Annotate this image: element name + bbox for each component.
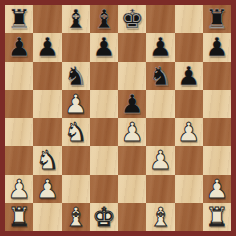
square-f1[interactable]: ♝	[146, 203, 174, 231]
square-g2[interactable]	[175, 175, 203, 203]
square-h8[interactable]: ♜	[203, 5, 231, 33]
square-a2[interactable]: ♟	[5, 175, 33, 203]
square-c5[interactable]: ♟	[62, 90, 90, 118]
square-d4[interactable]	[90, 118, 118, 146]
piece-black-bishop-c8[interactable]: ♝	[64, 5, 87, 33]
piece-black-pawn-a7[interactable]: ♟	[7, 33, 30, 61]
square-b4[interactable]	[33, 118, 61, 146]
square-f7[interactable]: ♟	[146, 33, 174, 61]
square-d1[interactable]: ♚	[90, 203, 118, 231]
piece-white-knight-c4[interactable]: ♞	[64, 118, 87, 146]
square-h2[interactable]: ♟	[203, 175, 231, 203]
piece-white-pawn-f3[interactable]: ♟	[149, 146, 172, 174]
piece-black-bishop-d8[interactable]: ♝	[92, 5, 115, 33]
square-c8[interactable]: ♝	[62, 5, 90, 33]
square-b5[interactable]	[33, 90, 61, 118]
square-b2[interactable]: ♟	[33, 175, 61, 203]
square-d2[interactable]	[90, 175, 118, 203]
square-h7[interactable]: ♟	[203, 33, 231, 61]
piece-black-knight-f6[interactable]: ♞	[149, 62, 172, 90]
piece-black-pawn-g6[interactable]: ♟	[177, 62, 200, 90]
square-a3[interactable]	[5, 146, 33, 174]
piece-black-pawn-b7[interactable]: ♟	[36, 33, 59, 61]
chess-board: ♜♝♝♚♜♟♟♟♟♟♞♞♟♟♟♞♟♟♞♟♟♟♟♜♝♚♝♜	[5, 5, 231, 231]
piece-black-king-e8[interactable]: ♚	[120, 5, 143, 33]
square-b6[interactable]	[33, 62, 61, 90]
square-c6[interactable]: ♞	[62, 62, 90, 90]
piece-black-pawn-f7[interactable]: ♟	[149, 33, 172, 61]
piece-black-pawn-h7[interactable]: ♟	[205, 33, 228, 61]
square-g7[interactable]	[175, 33, 203, 61]
square-d3[interactable]	[90, 146, 118, 174]
square-c1[interactable]: ♝	[62, 203, 90, 231]
piece-black-pawn-d7[interactable]: ♟	[92, 33, 115, 61]
square-h3[interactable]	[203, 146, 231, 174]
square-c3[interactable]	[62, 146, 90, 174]
square-f8[interactable]	[146, 5, 174, 33]
square-g6[interactable]: ♟	[175, 62, 203, 90]
square-h4[interactable]	[203, 118, 231, 146]
square-c4[interactable]: ♞	[62, 118, 90, 146]
square-f4[interactable]	[146, 118, 174, 146]
square-f2[interactable]	[146, 175, 174, 203]
square-e8[interactable]: ♚	[118, 5, 146, 33]
square-b7[interactable]: ♟	[33, 33, 61, 61]
square-e7[interactable]	[118, 33, 146, 61]
board-frame: ♜♝♝♚♜♟♟♟♟♟♞♞♟♟♟♞♟♟♞♟♟♟♟♜♝♚♝♜	[0, 0, 236, 236]
square-e5[interactable]: ♟	[118, 90, 146, 118]
square-a1[interactable]: ♜	[5, 203, 33, 231]
square-g8[interactable]	[175, 5, 203, 33]
piece-white-pawn-c5[interactable]: ♟	[64, 90, 87, 118]
piece-white-rook-h1[interactable]: ♜	[205, 203, 228, 231]
square-d7[interactable]: ♟	[90, 33, 118, 61]
square-b3[interactable]: ♞	[33, 146, 61, 174]
square-d5[interactable]	[90, 90, 118, 118]
square-f3[interactable]: ♟	[146, 146, 174, 174]
square-a5[interactable]	[5, 90, 33, 118]
piece-white-knight-b3[interactable]: ♞	[36, 146, 59, 174]
piece-black-rook-a8[interactable]: ♜	[7, 5, 30, 33]
piece-white-pawn-e4[interactable]: ♟	[120, 118, 143, 146]
piece-white-pawn-a2[interactable]: ♟	[7, 175, 30, 203]
piece-white-bishop-c1[interactable]: ♝	[64, 203, 87, 231]
square-d8[interactable]: ♝	[90, 5, 118, 33]
square-h5[interactable]	[203, 90, 231, 118]
piece-black-knight-c6[interactable]: ♞	[64, 62, 87, 90]
square-a7[interactable]: ♟	[5, 33, 33, 61]
piece-white-rook-a1[interactable]: ♜	[7, 203, 30, 231]
piece-white-king-d1[interactable]: ♚	[92, 203, 115, 231]
square-c7[interactable]	[62, 33, 90, 61]
square-a8[interactable]: ♜	[5, 5, 33, 33]
square-e1[interactable]	[118, 203, 146, 231]
square-g3[interactable]	[175, 146, 203, 174]
square-a4[interactable]	[5, 118, 33, 146]
piece-white-pawn-h2[interactable]: ♟	[205, 175, 228, 203]
square-f5[interactable]	[146, 90, 174, 118]
square-b8[interactable]	[33, 5, 61, 33]
square-g1[interactable]	[175, 203, 203, 231]
square-b1[interactable]	[33, 203, 61, 231]
piece-white-bishop-f1[interactable]: ♝	[149, 203, 172, 231]
square-h6[interactable]	[203, 62, 231, 90]
square-f6[interactable]: ♞	[146, 62, 174, 90]
piece-white-pawn-g4[interactable]: ♟	[177, 118, 200, 146]
square-c2[interactable]	[62, 175, 90, 203]
square-e4[interactable]: ♟	[118, 118, 146, 146]
piece-white-pawn-b2[interactable]: ♟	[36, 175, 59, 203]
square-a6[interactable]	[5, 62, 33, 90]
piece-black-rook-h8[interactable]: ♜	[205, 5, 228, 33]
square-e6[interactable]	[118, 62, 146, 90]
square-h1[interactable]: ♜	[203, 203, 231, 231]
square-d6[interactable]	[90, 62, 118, 90]
square-g4[interactable]: ♟	[175, 118, 203, 146]
square-e3[interactable]	[118, 146, 146, 174]
square-g5[interactable]	[175, 90, 203, 118]
piece-black-pawn-e5[interactable]: ♟	[120, 90, 143, 118]
square-e2[interactable]	[118, 175, 146, 203]
